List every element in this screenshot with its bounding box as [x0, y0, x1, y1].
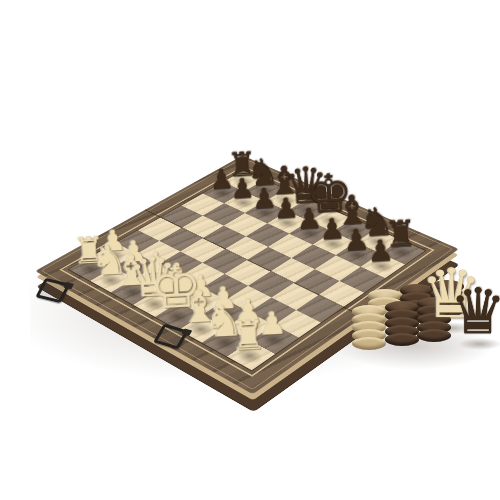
square-a6[interactable] — [182, 193, 224, 215]
dark-checker-disc — [385, 333, 419, 346]
board-scene: ♜♞♝♛♚♝♞♜♟♟♟♟♟♟♟♟♟♟♟♟♟♟♟♟♜♞♝♛♚♝♞♜ — [0, 0, 500, 500]
square-a7[interactable]: ♟ — [203, 182, 244, 203]
square-d7[interactable]: ♟ — [267, 211, 310, 234]
piece-black-pawn-d7[interactable]: ♟ — [253, 193, 320, 224]
piece-black-queen-d8[interactable]: ♛ — [273, 159, 340, 212]
square-c8[interactable]: ♝ — [265, 189, 307, 211]
piece-black-king-e8[interactable]: ♚ — [295, 166, 363, 222]
piece-black-pawn-c7[interactable]: ♟ — [231, 183, 297, 214]
square-d5[interactable] — [225, 236, 269, 260]
square-d8[interactable]: ♛ — [287, 199, 329, 221]
product-photo: ♜♞♝♛♚♝♞♜♟♟♟♟♟♟♟♟♟♟♟♟♟♟♟♟♜♞♝♛♚♝♞♜ ♛♛ — [0, 0, 500, 500]
square-a8[interactable]: ♜ — [223, 171, 264, 192]
square-a5[interactable] — [160, 205, 202, 227]
square-b7[interactable]: ♟ — [224, 191, 266, 213]
square-c5[interactable] — [203, 225, 246, 248]
piece-black-pawn-b7[interactable]: ♟ — [210, 174, 275, 205]
piece-black-bishop-c8[interactable]: ♝ — [251, 160, 317, 202]
piece-white-rook-h1[interactable]: ♜ — [210, 314, 287, 357]
square-b8[interactable]: ♞ — [244, 180, 285, 201]
piece-black-knight-b8[interactable]: ♞ — [230, 152, 295, 192]
piece-black-rook-a8[interactable]: ♜ — [210, 147, 274, 183]
dark-checkers-stack[interactable] — [385, 306, 419, 346]
square-b5[interactable] — [181, 215, 224, 238]
board-frame: ♜♞♝♛♚♝♞♜♟♟♟♟♟♟♟♟♟♟♟♟♟♟♟♟♜♞♝♛♚♝♞♜ — [35, 155, 459, 394]
square-e6[interactable] — [268, 234, 312, 258]
square-b6[interactable] — [203, 203, 245, 225]
light-checker-disc — [352, 337, 386, 350]
square-c6[interactable] — [224, 213, 267, 236]
square-c7[interactable]: ♟ — [245, 201, 287, 223]
square-d6[interactable] — [246, 223, 289, 246]
light-checkers-stack[interactable] — [352, 310, 386, 350]
piece-black-pawn-h7[interactable]: ♟ — [346, 235, 416, 268]
piece-black-pawn-a7[interactable]: ♟ — [189, 164, 253, 194]
spare-black-queen[interactable]: ♛ — [448, 280, 500, 343]
